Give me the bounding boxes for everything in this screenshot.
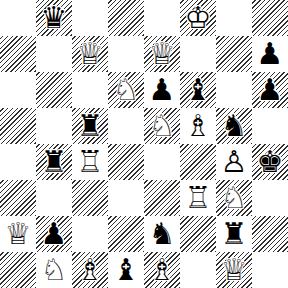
square-h5[interactable] — [252, 108, 288, 144]
piece-black-pawn: ♟ — [252, 36, 288, 72]
piece-white-bishop: ♗ — [144, 252, 180, 288]
piece-fill-layer: ♞ — [216, 108, 252, 144]
piece-fill-layer: ♚ — [252, 144, 288, 180]
piece-fill-layer: ♟ — [36, 216, 72, 252]
square-f8[interactable]: ♚♔ — [180, 0, 216, 36]
piece-white-queen: ♕ — [144, 36, 180, 72]
square-c1[interactable]: ♝♗ — [72, 252, 108, 288]
piece-black-king: ♚ — [252, 144, 288, 180]
piece-fill-layer: ♛ — [216, 252, 252, 288]
square-e1[interactable]: ♝♗ — [144, 252, 180, 288]
piece-white-queen: ♕ — [0, 216, 36, 252]
piece-black-bishop: ♝ — [108, 252, 144, 288]
piece-white-king: ♔ — [180, 0, 216, 36]
square-a3[interactable] — [0, 180, 36, 216]
square-d6[interactable]: ♞♘ — [108, 72, 144, 108]
piece-white-rook: ♖ — [72, 144, 108, 180]
square-g3[interactable]: ♞♘ — [216, 180, 252, 216]
square-a6[interactable] — [0, 72, 36, 108]
piece-white-queen: ♕ — [216, 252, 252, 288]
piece-white-knight: ♘ — [36, 252, 72, 288]
piece-fill-layer: ♟ — [144, 72, 180, 108]
piece-fill-layer: ♜ — [216, 216, 252, 252]
square-h1[interactable] — [252, 252, 288, 288]
piece-black-rook: ♜ — [216, 216, 252, 252]
square-a8[interactable] — [0, 0, 36, 36]
square-a4[interactable] — [0, 144, 36, 180]
square-h3[interactable] — [252, 180, 288, 216]
square-h6[interactable]: ♟♟ — [252, 72, 288, 108]
square-e7[interactable]: ♛♕ — [144, 36, 180, 72]
square-e2[interactable]: ♞♞ — [144, 216, 180, 252]
piece-fill-layer: ♛ — [144, 36, 180, 72]
square-g4[interactable]: ♟♙ — [216, 144, 252, 180]
square-f7[interactable] — [180, 36, 216, 72]
square-e4[interactable] — [144, 144, 180, 180]
square-h2[interactable] — [252, 216, 288, 252]
piece-fill-layer: ♜ — [72, 108, 108, 144]
square-c3[interactable] — [72, 180, 108, 216]
piece-black-bishop: ♝ — [180, 72, 216, 108]
piece-fill-layer: ♟ — [252, 36, 288, 72]
square-h8[interactable] — [252, 0, 288, 36]
square-c6[interactable] — [72, 72, 108, 108]
square-b6[interactable] — [36, 72, 72, 108]
piece-fill-layer: ♞ — [216, 180, 252, 216]
square-b8[interactable]: ♛♛ — [36, 0, 72, 36]
square-f3[interactable]: ♜♖ — [180, 180, 216, 216]
square-g7[interactable] — [216, 36, 252, 72]
square-b4[interactable]: ♜♜ — [36, 144, 72, 180]
square-g5[interactable]: ♞♞ — [216, 108, 252, 144]
square-a1[interactable] — [0, 252, 36, 288]
piece-fill-layer: ♛ — [0, 216, 36, 252]
piece-white-pawn: ♙ — [216, 144, 252, 180]
piece-black-pawn: ♟ — [144, 72, 180, 108]
square-c5[interactable]: ♜♜ — [72, 108, 108, 144]
square-c2[interactable] — [72, 216, 108, 252]
square-h4[interactable]: ♚♚ — [252, 144, 288, 180]
piece-white-bishop: ♗ — [72, 252, 108, 288]
square-d3[interactable] — [108, 180, 144, 216]
piece-black-rook: ♜ — [72, 108, 108, 144]
piece-fill-layer: ♜ — [36, 144, 72, 180]
piece-fill-layer: ♞ — [108, 72, 144, 108]
square-d8[interactable] — [108, 0, 144, 36]
square-g1[interactable]: ♛♕ — [216, 252, 252, 288]
piece-white-knight: ♘ — [216, 180, 252, 216]
piece-black-rook: ♜ — [36, 144, 72, 180]
piece-fill-layer: ♞ — [144, 108, 180, 144]
piece-black-knight: ♞ — [144, 216, 180, 252]
piece-fill-layer: ♝ — [180, 72, 216, 108]
square-d7[interactable] — [108, 36, 144, 72]
piece-fill-layer: ♝ — [108, 252, 144, 288]
square-g6[interactable] — [216, 72, 252, 108]
piece-black-queen: ♛ — [36, 0, 72, 36]
square-g2[interactable]: ♜♜ — [216, 216, 252, 252]
square-d2[interactable] — [108, 216, 144, 252]
piece-white-knight: ♘ — [108, 72, 144, 108]
piece-white-rook: ♖ — [180, 180, 216, 216]
square-d4[interactable] — [108, 144, 144, 180]
piece-white-bishop: ♗ — [180, 108, 216, 144]
piece-black-pawn: ♟ — [36, 216, 72, 252]
piece-black-pawn: ♟ — [252, 72, 288, 108]
square-a5[interactable] — [0, 108, 36, 144]
piece-fill-layer: ♜ — [180, 180, 216, 216]
square-f5[interactable]: ♝♗ — [180, 108, 216, 144]
piece-fill-layer: ♚ — [180, 0, 216, 36]
square-e8[interactable] — [144, 0, 180, 36]
piece-fill-layer: ♛ — [36, 0, 72, 36]
square-d5[interactable] — [108, 108, 144, 144]
square-e6[interactable]: ♟♟ — [144, 72, 180, 108]
piece-fill-layer: ♝ — [144, 252, 180, 288]
square-d1[interactable]: ♝♝ — [108, 252, 144, 288]
square-a2[interactable]: ♛♕ — [0, 216, 36, 252]
square-f2[interactable] — [180, 216, 216, 252]
square-c8[interactable] — [72, 0, 108, 36]
square-b3[interactable] — [36, 180, 72, 216]
square-b7[interactable] — [36, 36, 72, 72]
square-b5[interactable] — [36, 108, 72, 144]
square-e3[interactable] — [144, 180, 180, 216]
square-e5[interactable]: ♞♘ — [144, 108, 180, 144]
square-f1[interactable] — [180, 252, 216, 288]
piece-white-knight: ♘ — [144, 108, 180, 144]
square-c7[interactable]: ♛♕ — [72, 36, 108, 72]
square-c4[interactable]: ♜♖ — [72, 144, 108, 180]
square-f4[interactable] — [180, 144, 216, 180]
piece-fill-layer: ♟ — [216, 144, 252, 180]
square-g8[interactable] — [216, 0, 252, 36]
square-a7[interactable] — [0, 36, 36, 72]
piece-fill-layer: ♜ — [72, 144, 108, 180]
chess-board: ♛♛♚♔♛♕♛♕♟♟♞♘♟♟♝♝♟♟♜♜♞♘♝♗♞♞♜♜♜♖♟♙♚♚♜♖♞♘♛♕… — [0, 0, 288, 288]
piece-fill-layer: ♝ — [72, 252, 108, 288]
square-h7[interactable]: ♟♟ — [252, 36, 288, 72]
piece-black-knight: ♞ — [216, 108, 252, 144]
square-f6[interactable]: ♝♝ — [180, 72, 216, 108]
piece-fill-layer: ♟ — [252, 72, 288, 108]
square-b2[interactable]: ♟♟ — [36, 216, 72, 252]
square-b1[interactable]: ♞♘ — [36, 252, 72, 288]
piece-fill-layer: ♞ — [36, 252, 72, 288]
piece-fill-layer: ♛ — [72, 36, 108, 72]
piece-fill-layer: ♝ — [180, 108, 216, 144]
piece-fill-layer: ♞ — [144, 216, 180, 252]
piece-white-queen: ♕ — [72, 36, 108, 72]
